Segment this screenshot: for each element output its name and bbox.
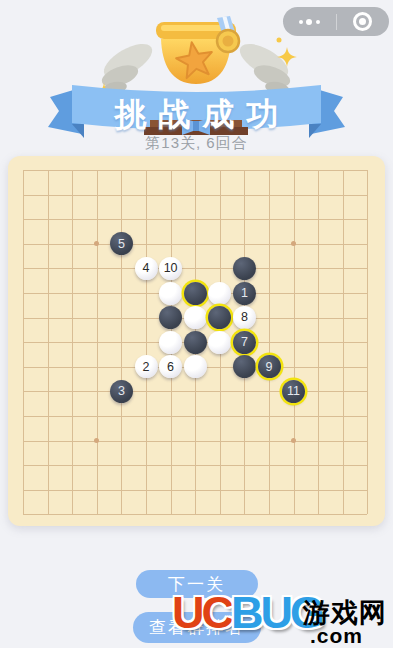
grid-line [318, 170, 319, 514]
stone-white [184, 306, 207, 329]
stone-black [233, 257, 256, 280]
star-point [94, 438, 99, 443]
grid-line [343, 170, 344, 514]
grid-line [367, 170, 368, 514]
stone-white [184, 355, 207, 378]
stone-white [208, 331, 231, 354]
grid-line [269, 170, 270, 514]
stone-black-move-9: 9 [258, 355, 281, 378]
banner-title: 挑战成功 [44, 93, 349, 137]
stone-white-move-10: 10 [159, 257, 182, 280]
stone-black-move-3: 3 [110, 380, 133, 403]
grid-line [23, 416, 367, 417]
watermark-tld: .com [310, 624, 363, 648]
level-subtitle: 第13关, 6回合 [0, 134, 393, 153]
stone-white-move-4: 4 [135, 257, 158, 280]
wechat-capsule [283, 7, 389, 36]
grid-line [294, 170, 295, 514]
grid-line [23, 465, 367, 466]
medal-icon [217, 16, 239, 52]
stone-black [184, 282, 207, 305]
watermark-site-name: 游戏网 [303, 595, 387, 631]
board: 5410187269311 [8, 156, 385, 526]
next-level-button[interactable]: 下一关 [136, 570, 258, 598]
challenge-success-screen: 挑战成功 第13关, 6回合 5410187269311 下一关 查看群排名 U… [0, 0, 393, 648]
grid-line [23, 391, 367, 392]
grid-line [23, 514, 367, 515]
star-point [291, 241, 296, 246]
stone-black [184, 331, 207, 354]
more-icon [299, 19, 320, 25]
star-point [291, 438, 296, 443]
stone-black [208, 306, 231, 329]
star-point [94, 241, 99, 246]
stone-black-move-7: 7 [233, 331, 256, 354]
stone-black-move-1: 1 [233, 282, 256, 305]
exit-circle-icon [353, 12, 372, 31]
grid-line [23, 441, 367, 442]
stone-white [159, 331, 182, 354]
more-menu-button[interactable] [283, 7, 336, 36]
stone-black-move-11: 11 [282, 380, 305, 403]
exit-button[interactable] [337, 7, 390, 36]
stone-white-move-8: 8 [233, 306, 256, 329]
stone-black [233, 355, 256, 378]
stone-white [159, 282, 182, 305]
grid-line [23, 490, 367, 491]
stone-white-move-2: 2 [135, 355, 158, 378]
stone-white [208, 282, 231, 305]
stone-white-move-6: 6 [159, 355, 182, 378]
stone-black [159, 306, 182, 329]
group-ranking-button[interactable]: 查看群排名 [133, 612, 261, 643]
stone-black-move-5: 5 [110, 232, 133, 255]
